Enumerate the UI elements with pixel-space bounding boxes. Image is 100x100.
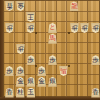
piece-tile: 銀 — [26, 77, 35, 87]
board-square[interactable] — [15, 54, 26, 65]
piece-kanji: と — [49, 25, 56, 31]
piece-tile: 香 — [5, 1, 14, 11]
piece-tile: 金 — [16, 77, 25, 87]
board-square[interactable] — [57, 12, 68, 23]
piece-tile: 歩 — [91, 23, 100, 33]
piece-tile: 歩 — [80, 23, 89, 33]
piece-tile: 歩 — [26, 23, 35, 33]
shogi-board: 香金龍王歩歩と歩歩歩馬歩歩歩歩歩歩歩馬金銀金銀香桂玉香 — [3, 0, 100, 97]
shogi-piece-top[interactable]: 歩 — [90, 23, 100, 34]
board-square[interactable] — [88, 43, 99, 54]
board-square[interactable] — [4, 33, 15, 44]
board-square[interactable] — [36, 43, 47, 54]
board-square[interactable] — [78, 1, 89, 12]
piece-tile: 歩 — [48, 55, 57, 65]
piece-kanji: 金 — [38, 79, 44, 85]
piece-tile: 歩 — [70, 23, 79, 33]
board-square[interactable] — [88, 33, 99, 44]
board-square[interactable] — [67, 43, 78, 54]
shogi-piece-top[interactable]: 歩 — [4, 23, 15, 34]
board-square[interactable] — [88, 12, 99, 23]
shogi-piece-top[interactable]: 香 — [4, 1, 15, 12]
piece-tile: 桂 — [16, 88, 25, 98]
shogi-piece-top[interactable]: 歩 — [69, 23, 80, 34]
piece-kanji: 歩 — [71, 25, 77, 31]
board-square[interactable] — [78, 12, 89, 23]
shogi-piece-top[interactable]: 歩 — [15, 44, 26, 55]
piece-tile: 龍 — [70, 1, 79, 11]
piece-tile: 香 — [91, 88, 100, 98]
piece-kanji: 歩 — [92, 57, 98, 63]
board-square[interactable] — [36, 12, 47, 23]
board-square[interactable] — [57, 1, 68, 12]
piece-kanji: 金 — [17, 79, 23, 85]
board-square[interactable] — [25, 43, 36, 54]
board-square[interactable] — [25, 64, 36, 75]
board-square[interactable] — [67, 54, 78, 65]
piece-kanji: 歩 — [49, 57, 55, 63]
piece-tile: 歩 — [5, 66, 14, 76]
board-square[interactable] — [36, 54, 47, 65]
piece-kanji: 歩 — [38, 68, 44, 74]
shogi-piece-bottom[interactable]: 歩 — [15, 66, 26, 77]
piece-tile: 歩 — [16, 44, 25, 54]
shogi-piece-bottom[interactable]: 銀 — [47, 76, 58, 87]
piece-tile: 歩 — [16, 66, 25, 76]
board-square[interactable] — [46, 1, 57, 12]
shogi-piece-promoted-top[interactable]: 馬 — [58, 66, 69, 77]
piece-tile: 馬 — [48, 34, 57, 44]
shogi-piece-bottom[interactable]: 香 — [4, 87, 15, 98]
piece-kanji: 歩 — [28, 57, 34, 63]
piece-kanji: 歩 — [17, 46, 23, 52]
shogi-piece-bottom[interactable]: 金 — [15, 76, 26, 87]
shogi-piece-bottom[interactable]: 香 — [90, 87, 100, 98]
shogi-piece-bottom[interactable]: 歩 — [4, 66, 15, 77]
shogi-piece-bottom[interactable]: 銀 — [26, 76, 37, 87]
shogi-piece-bottom[interactable]: 歩 — [90, 55, 100, 66]
piece-kanji: 歩 — [6, 25, 12, 31]
shogi-piece-promoted-bottom[interactable]: と — [47, 23, 58, 34]
piece-tile: 金 — [16, 1, 25, 11]
board-square[interactable] — [57, 54, 68, 65]
board-square[interactable] — [67, 85, 78, 96]
piece-tile: 金 — [37, 77, 46, 87]
piece-kanji: 馬 — [60, 68, 66, 74]
board-square[interactable] — [46, 43, 57, 54]
shogi-piece-bottom[interactable]: 歩 — [36, 66, 47, 77]
shogi-piece-top[interactable]: 王 — [26, 12, 37, 23]
board-square[interactable] — [46, 12, 57, 23]
board-square[interactable] — [36, 22, 47, 33]
board-square[interactable] — [4, 54, 15, 65]
piece-kanji: 歩 — [6, 68, 12, 74]
piece-kanji: 香 — [92, 89, 98, 95]
board-square[interactable] — [25, 33, 36, 44]
board-square[interactable] — [4, 75, 15, 86]
board-square[interactable] — [4, 12, 15, 23]
board-square[interactable] — [88, 64, 99, 75]
piece-kanji: 歩 — [82, 25, 88, 31]
board-square[interactable] — [78, 33, 89, 44]
shogi-piece-promoted-bottom[interactable]: 馬 — [47, 33, 58, 44]
board-square[interactable] — [15, 22, 26, 33]
shogi-piece-top[interactable]: 歩 — [26, 23, 37, 34]
shogi-piece-bottom[interactable]: 金 — [36, 76, 47, 87]
piece-kanji: 玉 — [28, 89, 34, 95]
board-square[interactable] — [57, 85, 68, 96]
shogi-piece-bottom[interactable]: 歩 — [26, 55, 37, 66]
piece-kanji: 歩 — [92, 25, 98, 31]
board-square[interactable] — [57, 75, 68, 86]
shogi-piece-promoted-bottom[interactable]: 龍 — [69, 1, 80, 12]
piece-kanji: 桂 — [17, 89, 23, 95]
board-square[interactable] — [15, 33, 26, 44]
board-square[interactable] — [78, 85, 89, 96]
shogi-piece-top[interactable]: 歩 — [79, 23, 90, 34]
piece-tile: 香 — [5, 88, 14, 98]
piece-tile: 歩 — [91, 55, 100, 65]
board-square[interactable] — [67, 75, 78, 86]
piece-kanji: 銀 — [28, 79, 34, 85]
piece-kanji: 金 — [17, 3, 23, 9]
piece-kanji: 龍 — [71, 3, 77, 9]
board-square[interactable] — [46, 64, 57, 75]
board-square[interactable] — [78, 75, 89, 86]
board-square[interactable] — [88, 75, 99, 86]
piece-tile: 王 — [26, 12, 35, 22]
piece-kanji: 馬 — [49, 35, 55, 41]
board-square[interactable] — [78, 54, 89, 65]
board-square[interactable] — [57, 43, 68, 54]
board-square[interactable] — [78, 43, 89, 54]
board-square[interactable] — [88, 1, 99, 12]
shogi-piece-top[interactable]: 金 — [15, 1, 26, 12]
piece-kanji: 歩 — [17, 68, 23, 74]
board-square[interactable] — [15, 12, 26, 23]
shogi-piece-bottom[interactable]: 玉 — [26, 87, 37, 98]
piece-kanji: 銀 — [49, 79, 55, 85]
piece-tile: 歩 — [26, 55, 35, 65]
piece-tile: 銀 — [48, 77, 57, 87]
piece-tile: 馬 — [59, 66, 68, 76]
piece-kanji: 歩 — [28, 25, 34, 31]
piece-tile: 歩 — [37, 66, 46, 76]
piece-kanji: 香 — [6, 89, 12, 95]
piece-kanji: 王 — [28, 14, 34, 20]
board-square[interactable] — [78, 64, 89, 75]
board-square[interactable] — [36, 33, 47, 44]
board-square[interactable] — [4, 43, 15, 54]
piece-tile: 歩 — [5, 23, 14, 33]
piece-tile: と — [48, 23, 57, 33]
board-square[interactable] — [67, 12, 78, 23]
board-square[interactable] — [36, 1, 47, 12]
shogi-piece-bottom[interactable]: 歩 — [47, 55, 58, 66]
board-square[interactable] — [57, 33, 68, 44]
board-square[interactable] — [57, 22, 68, 33]
shogi-piece-bottom[interactable]: 桂 — [15, 87, 26, 98]
piece-kanji: 香 — [6, 3, 12, 9]
shogi-app-screenshot: 香金龍王歩歩と歩歩歩馬歩歩歩歩歩歩歩馬金銀金銀香桂玉香 — [0, 0, 100, 100]
board-square[interactable] — [25, 1, 36, 12]
piece-tile: 玉 — [26, 88, 35, 98]
